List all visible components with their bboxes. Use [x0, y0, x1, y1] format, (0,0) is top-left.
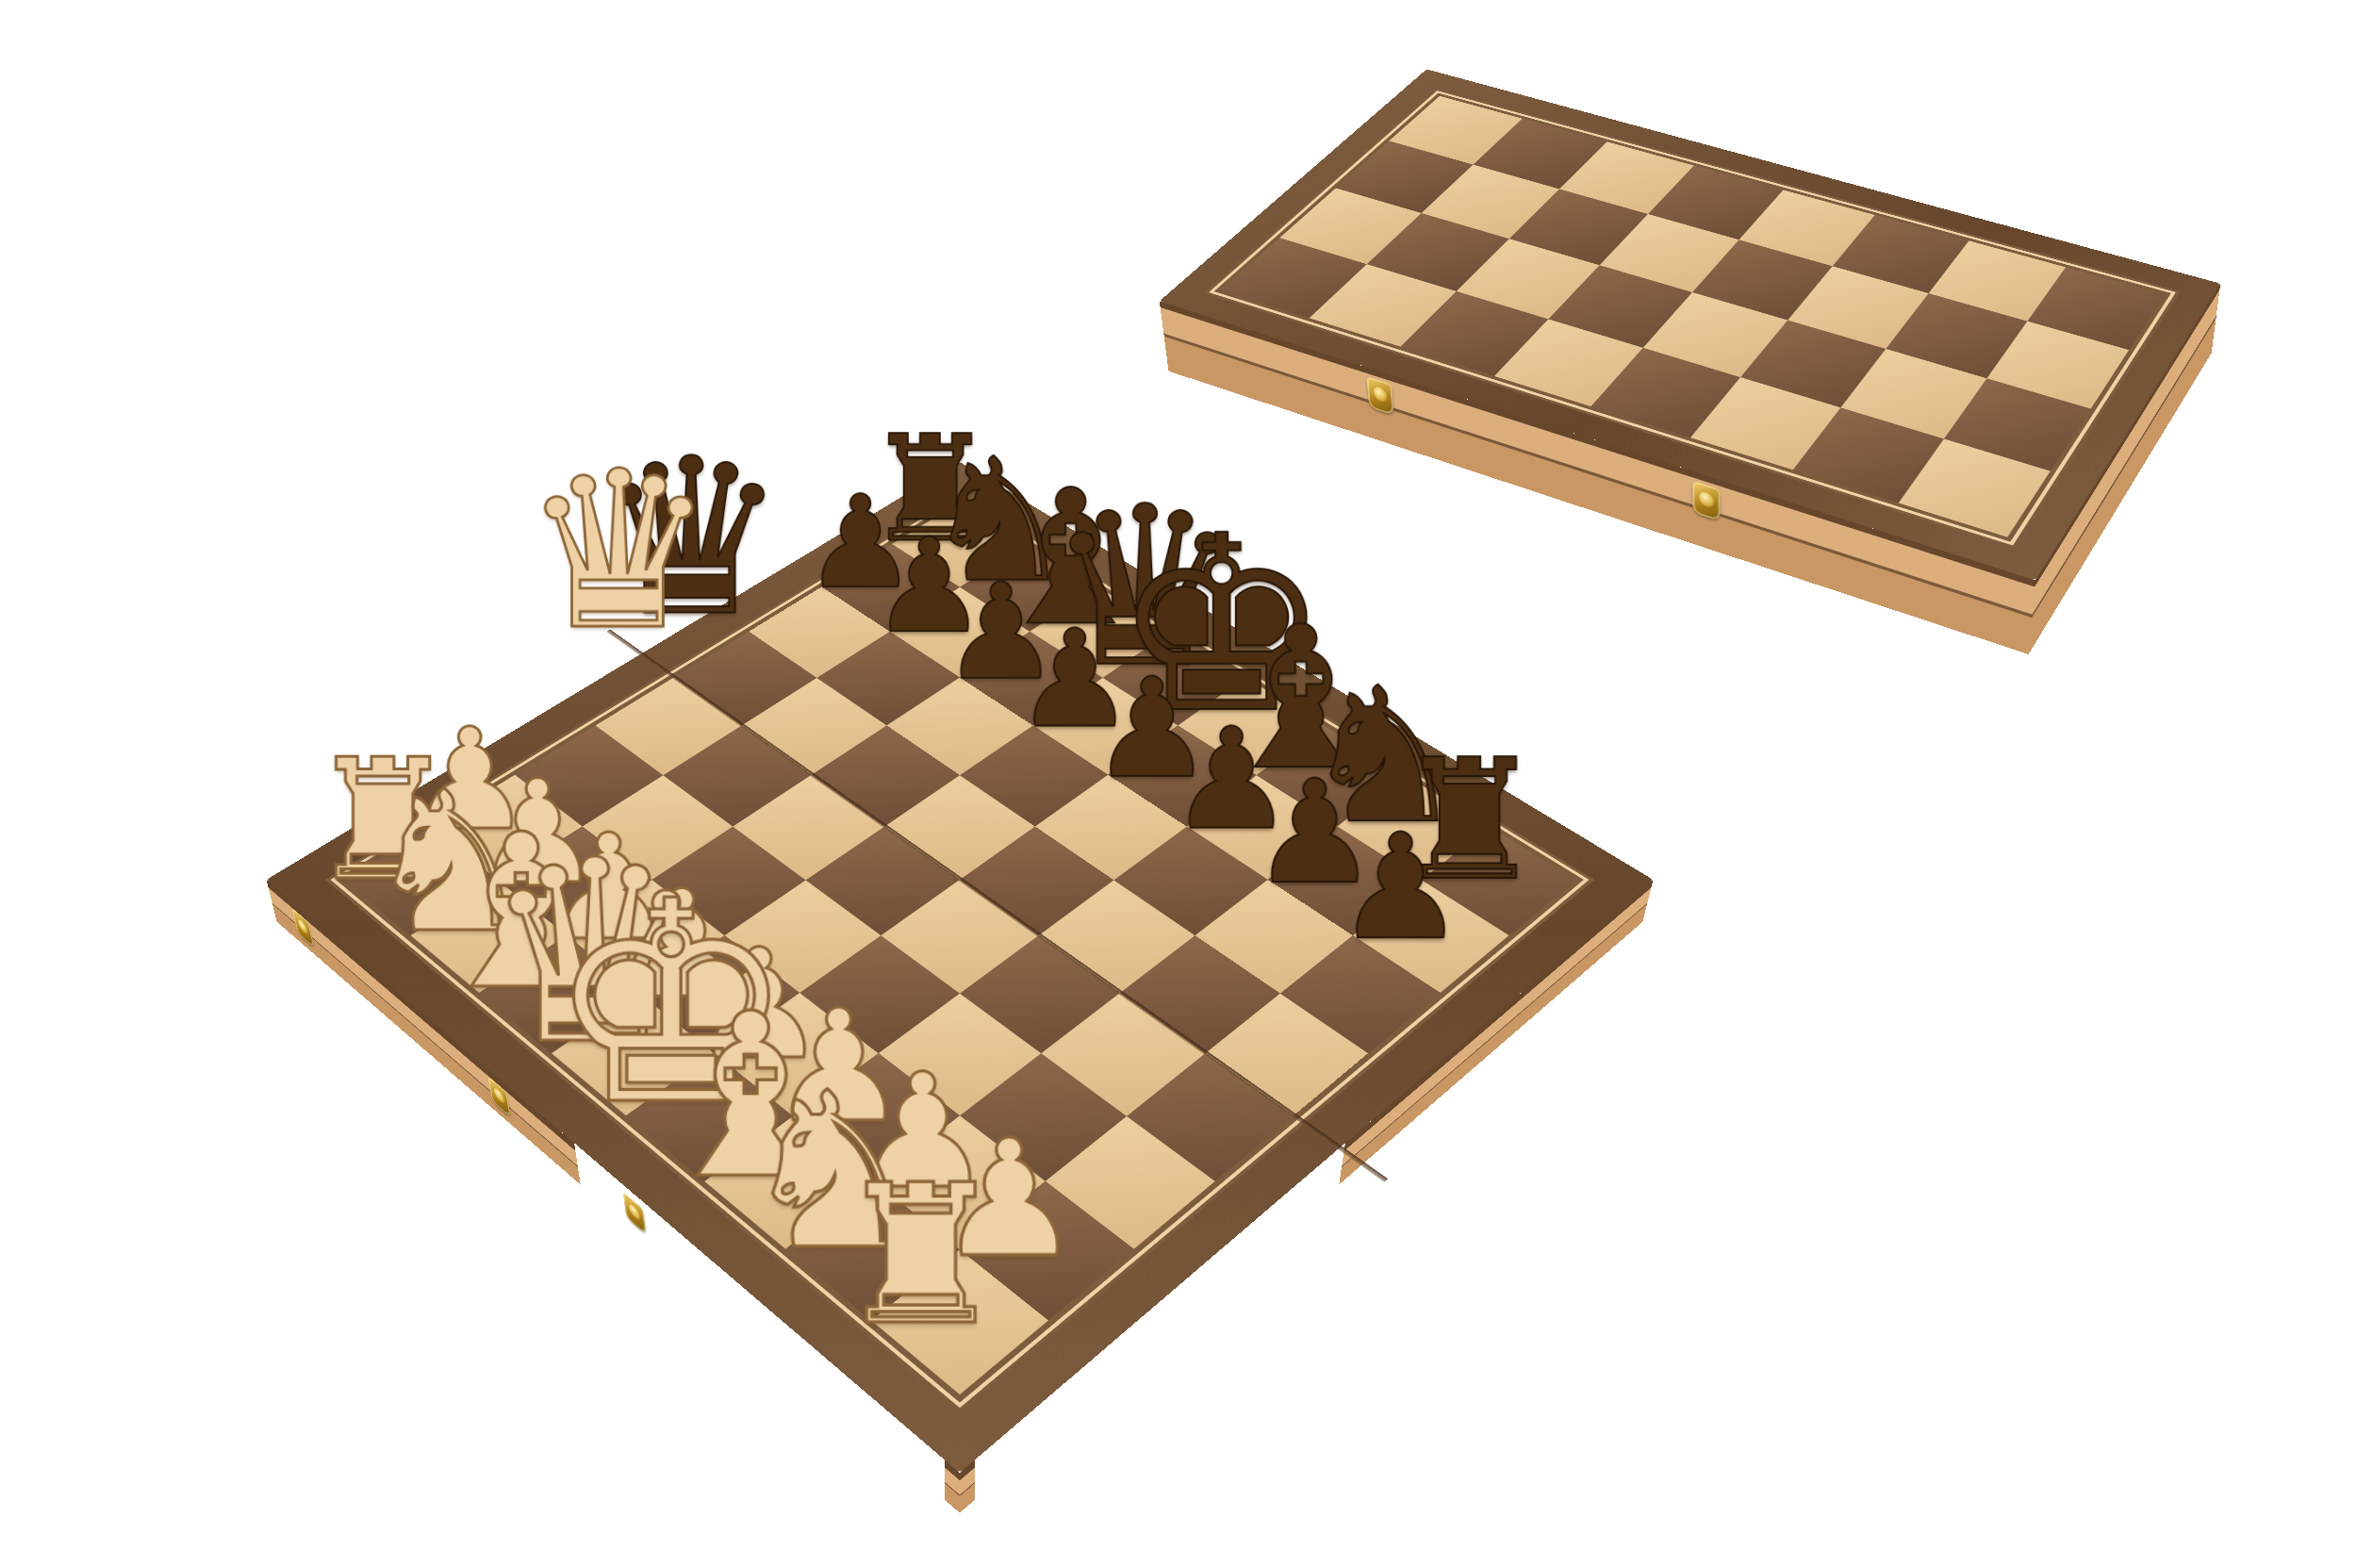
- case-square-r1c7: [1986, 322, 2129, 409]
- case-square-r3c7: [1899, 438, 2051, 536]
- board-latch-icon: [291, 907, 314, 948]
- square-e5[interactable]: [960, 826, 1113, 935]
- square-d4[interactable]: [806, 826, 960, 935]
- case-latch-icon: [1693, 481, 1721, 521]
- case-latch-icon: [1366, 376, 1393, 415]
- dark-pawn-piece[interactable]: ♟: [1336, 815, 1466, 960]
- case-square-r3c3: [1494, 319, 1643, 406]
- case-square-r3c6: [1793, 407, 1944, 503]
- open-chess-board: ♜♞♝♛♚♝♞♜♟♟♟♟♟♟♟♟♟♟♟♟♟♟♟♟♜♞♝♛♚♝♞♜ ♛♛: [267, 462, 1654, 1473]
- white-rook-piece[interactable]: ♜: [834, 1160, 1007, 1352]
- case-square-r3c5: [1690, 377, 1840, 470]
- case-square-r3c4: [1591, 348, 1740, 437]
- spare-white-queen-glyph: ♛: [521, 443, 717, 661]
- case-square-r2c7: [1944, 378, 2091, 470]
- board-latch-icon: [623, 1192, 647, 1235]
- case-square-r3c2: [1400, 291, 1548, 376]
- closed-case-scene: [1227, 38, 2158, 547]
- closed-case: [1160, 69, 2220, 580]
- case-square-r2c5: [1740, 321, 1886, 408]
- product-photo: ♜♞♝♛♚♝♞♜♟♟♟♟♟♟♟♟♟♟♟♟♟♟♟♟♜♞♝♛♚♝♞♜ ♛♛: [0, 0, 2357, 1568]
- case-square-r2c6: [1840, 349, 1986, 438]
- case-square-r2c4: [1643, 292, 1788, 377]
- case-square-r1c6: [1886, 293, 2027, 378]
